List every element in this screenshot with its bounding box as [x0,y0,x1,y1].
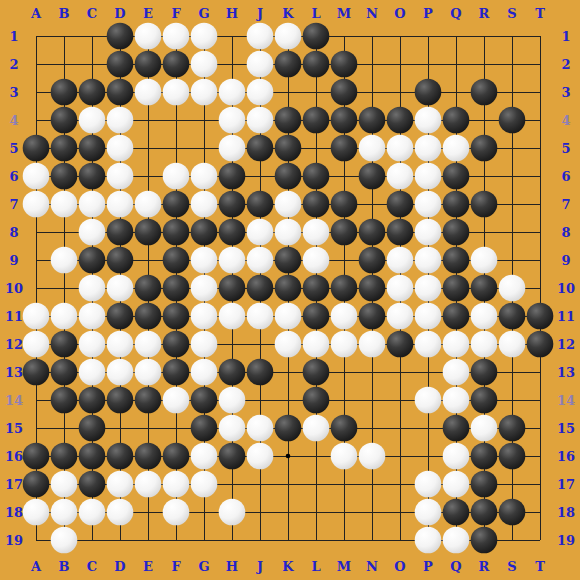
stone-Q14-white [443,387,470,414]
stone-G8-black [191,219,218,246]
stone-A7-white [23,191,50,218]
stone-D5-white [107,135,134,162]
col-label-bottom-C: C [87,559,97,574]
stone-C18-white [79,499,106,526]
stone-P5-white [415,135,442,162]
col-label-top-E: E [143,6,153,21]
stone-H15-white [219,415,246,442]
stone-D10-white [107,275,134,302]
stone-G10-white [191,275,218,302]
col-label-top-P: P [423,6,433,21]
stone-L14-black [303,387,330,414]
stone-H14-white [219,387,246,414]
stone-B9-white [51,247,78,274]
stone-G15-black [191,415,218,442]
stone-R14-black [471,387,498,414]
stone-J5-black [247,135,274,162]
col-label-bottom-S: S [507,559,516,574]
col-label-top-A: A [30,6,42,21]
stone-C7-white [79,191,106,218]
row-label-left-9: 9 [9,253,18,268]
stone-N10-black [359,275,386,302]
stone-M5-black [331,135,358,162]
stone-M4-black [331,107,358,134]
stone-F9-black [163,247,190,274]
stone-M8-black [331,219,358,246]
row-label-right-5: 5 [561,141,570,156]
stone-P9-white [415,247,442,274]
col-label-bottom-D: D [114,559,125,574]
stone-D9-black [107,247,134,274]
stone-M12-white [331,331,358,358]
stone-D6-white [107,163,134,190]
stone-E12-white [135,331,162,358]
stone-J10-black [247,275,274,302]
row-label-right-12: 12 [557,337,575,352]
col-label-bottom-O: O [394,559,405,574]
stone-N4-black [359,107,386,134]
row-label-right-18: 18 [557,505,575,520]
stone-M11-white [331,303,358,330]
stone-Q10-black [443,275,470,302]
stone-E11-black [135,303,162,330]
stone-D18-white [107,499,134,526]
stone-Q12-white [443,331,470,358]
stone-K6-black [275,163,302,190]
stone-C9-black [79,247,106,274]
stone-P8-white [415,219,442,246]
stone-P18-white [415,499,442,526]
stone-S11-black [499,303,526,330]
stone-R13-black [471,359,498,386]
stone-E3-white [135,79,162,106]
col-label-bottom-M: M [337,559,351,574]
stone-N11-black [359,303,386,330]
stone-L9-white [303,247,330,274]
stone-Q5-white [443,135,470,162]
stone-B19-white [51,527,78,554]
col-label-top-R: R [479,6,490,21]
stone-F12-black [163,331,190,358]
stone-M3-black [331,79,358,106]
stone-P4-white [415,107,442,134]
stone-M2-black [331,51,358,78]
stone-H9-white [219,247,246,274]
stone-H3-white [219,79,246,106]
stone-D16-black [107,443,134,470]
stone-H11-white [219,303,246,330]
stone-E14-black [135,387,162,414]
stone-L12-white [303,331,330,358]
stone-L4-black [303,107,330,134]
stone-C3-black [79,79,106,106]
stone-G11-white [191,303,218,330]
col-label-top-K: K [282,6,294,21]
row-label-right-11: 11 [557,309,575,324]
stone-Q15-black [443,415,470,442]
stone-C16-black [79,443,106,470]
col-label-top-O: O [394,6,405,21]
row-label-left-8: 8 [9,225,18,240]
stone-H16-black [219,443,246,470]
col-label-top-C: C [87,6,97,21]
stone-J2-white [247,51,274,78]
stone-Q13-white [443,359,470,386]
stone-Q18-black [443,499,470,526]
stone-M7-black [331,191,358,218]
stone-O7-black [387,191,414,218]
stone-F8-black [163,219,190,246]
stone-A18-white [23,499,50,526]
row-label-left-7: 7 [9,197,18,212]
stone-L8-white [303,219,330,246]
stone-C8-white [79,219,106,246]
stone-F3-white [163,79,190,106]
stone-K4-black [275,107,302,134]
row-label-left-19: 19 [5,533,23,548]
stone-G14-black [191,387,218,414]
stone-E10-black [135,275,162,302]
stone-O11-white [387,303,414,330]
row-label-left-14: 14 [5,393,23,408]
stone-H4-white [219,107,246,134]
stone-M15-black [331,415,358,442]
stone-D7-white [107,191,134,218]
stone-R7-black [471,191,498,218]
stone-L15-white [303,415,330,442]
stone-B12-black [51,331,78,358]
stone-R18-black [471,499,498,526]
star-point-K16 [286,454,291,459]
col-label-top-N: N [366,6,378,21]
stone-O10-white [387,275,414,302]
stone-D2-black [107,51,134,78]
col-label-bottom-T: T [535,559,545,574]
stone-B3-black [51,79,78,106]
row-label-right-4: 4 [561,113,570,128]
stone-C17-black [79,471,106,498]
stone-G7-white [191,191,218,218]
stone-R15-white [471,415,498,442]
stone-B5-black [51,135,78,162]
row-label-left-6: 6 [9,169,18,184]
stone-J9-white [247,247,274,274]
stone-F17-white [163,471,190,498]
stone-Q16-white [443,443,470,470]
stone-P6-white [415,163,442,190]
stone-O6-white [387,163,414,190]
row-label-left-12: 12 [5,337,23,352]
row-label-right-1: 1 [561,29,570,44]
stone-P14-white [415,387,442,414]
stone-A6-white [23,163,50,190]
stone-H7-black [219,191,246,218]
row-label-right-8: 8 [561,225,570,240]
stone-P19-white [415,527,442,554]
stone-C13-white [79,359,106,386]
stone-D11-black [107,303,134,330]
row-label-left-15: 15 [5,421,23,436]
stone-A13-black [23,359,50,386]
row-label-right-13: 13 [557,365,575,380]
stone-G17-white [191,471,218,498]
stone-G9-white [191,247,218,274]
stone-H10-black [219,275,246,302]
col-label-top-Q: Q [450,6,461,21]
stone-B16-black [51,443,78,470]
stone-E2-black [135,51,162,78]
stone-N12-white [359,331,386,358]
col-label-bottom-H: H [226,559,238,574]
stone-O12-black [387,331,414,358]
stone-G1-white [191,23,218,50]
row-label-right-2: 2 [561,57,570,72]
col-label-bottom-F: F [171,559,181,574]
row-label-left-13: 13 [5,365,23,380]
stone-Q7-black [443,191,470,218]
stone-Q19-white [443,527,470,554]
col-label-bottom-P: P [423,559,433,574]
stone-N5-white [359,135,386,162]
stone-L10-black [303,275,330,302]
stone-P17-white [415,471,442,498]
stone-H8-black [219,219,246,246]
stone-N16-white [359,443,386,470]
stone-L6-black [303,163,330,190]
stone-S18-black [499,499,526,526]
row-label-right-17: 17 [557,477,575,492]
stone-J1-white [247,23,274,50]
stone-F14-white [163,387,190,414]
stone-S10-white [499,275,526,302]
col-label-bottom-E: E [143,559,153,574]
row-label-left-1: 1 [9,29,18,44]
stone-M16-white [331,443,358,470]
stone-B14-black [51,387,78,414]
col-label-top-G: G [198,6,209,21]
stone-D4-white [107,107,134,134]
stone-K1-white [275,23,302,50]
row-label-left-5: 5 [9,141,18,156]
stone-F1-white [163,23,190,50]
stone-F6-white [163,163,190,190]
stone-Q9-black [443,247,470,274]
row-label-left-17: 17 [5,477,23,492]
row-label-right-14: 14 [557,393,575,408]
row-label-right-10: 10 [557,281,575,296]
stone-K8-white [275,219,302,246]
stone-K11-white [275,303,302,330]
stone-R3-black [471,79,498,106]
stone-L7-black [303,191,330,218]
stone-R17-black [471,471,498,498]
stone-F2-black [163,51,190,78]
row-label-left-11: 11 [5,309,23,324]
stone-E1-white [135,23,162,50]
goban[interactable]: AABBCCDDEEFFGGHHJJKKLLMMNNOOPPQQRRSSTT11… [0,0,580,580]
stone-P3-black [415,79,442,106]
stone-R12-white [471,331,498,358]
stone-H18-white [219,499,246,526]
stone-Q17-white [443,471,470,498]
stone-E16-black [135,443,162,470]
stone-K12-white [275,331,302,358]
stone-K2-black [275,51,302,78]
stone-Q8-black [443,219,470,246]
stone-G13-white [191,359,218,386]
stone-G6-white [191,163,218,190]
stone-D12-white [107,331,134,358]
stone-C10-white [79,275,106,302]
stone-C12-white [79,331,106,358]
col-label-bottom-R: R [479,559,490,574]
stone-P7-white [415,191,442,218]
stone-O5-white [387,135,414,162]
stone-A12-white [23,331,50,358]
stone-F13-black [163,359,190,386]
row-label-right-15: 15 [557,421,575,436]
stone-B11-white [51,303,78,330]
stone-F18-white [163,499,190,526]
stone-D13-white [107,359,134,386]
stone-D1-black [107,23,134,50]
stone-F11-black [163,303,190,330]
stone-B18-white [51,499,78,526]
stone-J8-white [247,219,274,246]
col-label-top-H: H [226,6,238,21]
stone-B13-black [51,359,78,386]
col-label-top-T: T [535,6,545,21]
stone-N8-black [359,219,386,246]
stone-S15-black [499,415,526,442]
stone-J4-white [247,107,274,134]
row-label-right-16: 16 [557,449,575,464]
stone-R9-white [471,247,498,274]
stone-R16-black [471,443,498,470]
stone-C14-black [79,387,106,414]
stone-E7-white [135,191,162,218]
stone-C5-black [79,135,106,162]
stone-C15-black [79,415,106,442]
row-label-right-19: 19 [557,533,575,548]
stone-T11-black [527,303,554,330]
col-label-top-M: M [337,6,351,21]
col-label-top-S: S [507,6,516,21]
stone-K15-black [275,415,302,442]
stone-E8-black [135,219,162,246]
stone-C6-black [79,163,106,190]
stone-Q6-black [443,163,470,190]
stone-K5-black [275,135,302,162]
row-label-left-18: 18 [5,505,23,520]
stone-P10-white [415,275,442,302]
col-label-bottom-K: K [282,559,294,574]
stone-O8-black [387,219,414,246]
row-label-left-3: 3 [9,85,18,100]
row-label-right-9: 9 [561,253,570,268]
stone-D14-black [107,387,134,414]
row-label-left-16: 16 [5,449,23,464]
stone-D3-black [107,79,134,106]
stone-O9-white [387,247,414,274]
stone-R19-black [471,527,498,554]
stone-G2-white [191,51,218,78]
stone-B4-black [51,107,78,134]
row-label-right-6: 6 [561,169,570,184]
stone-H13-black [219,359,246,386]
stone-D8-black [107,219,134,246]
stone-J16-white [247,443,274,470]
stone-G3-white [191,79,218,106]
row-label-left-2: 2 [9,57,18,72]
stone-H5-white [219,135,246,162]
stone-J13-black [247,359,274,386]
stone-T12-black [527,331,554,358]
col-label-bottom-A: A [30,559,42,574]
stone-O4-black [387,107,414,134]
stone-K10-black [275,275,302,302]
row-label-left-4: 4 [9,113,18,128]
stone-F16-black [163,443,190,470]
stone-S4-black [499,107,526,134]
stone-G16-white [191,443,218,470]
stone-N6-black [359,163,386,190]
stone-E13-white [135,359,162,386]
stone-A16-black [23,443,50,470]
col-label-bottom-Q: Q [450,559,461,574]
stone-J3-white [247,79,274,106]
stone-Q4-black [443,107,470,134]
stone-M10-black [331,275,358,302]
stone-B7-white [51,191,78,218]
go-board-svg[interactable]: AABBCCDDEEFFGGHHJJKKLLMMNNOOPPQQRRSSTT11… [0,0,580,580]
stone-K9-black [275,247,302,274]
stone-F10-black [163,275,190,302]
stone-G12-white [191,331,218,358]
stone-L13-black [303,359,330,386]
stone-R5-black [471,135,498,162]
stone-S12-white [499,331,526,358]
col-label-top-L: L [311,6,320,21]
stone-E17-white [135,471,162,498]
stone-N9-black [359,247,386,274]
stone-F7-black [163,191,190,218]
stone-A17-black [23,471,50,498]
stone-L11-black [303,303,330,330]
stone-R10-black [471,275,498,302]
col-label-bottom-N: N [366,559,378,574]
col-label-top-D: D [114,6,125,21]
col-label-bottom-B: B [59,559,70,574]
stone-P12-white [415,331,442,358]
stone-L2-black [303,51,330,78]
stone-A11-white [23,303,50,330]
stone-P11-white [415,303,442,330]
col-label-top-J: J [256,6,263,21]
stone-R11-white [471,303,498,330]
stone-S16-black [499,443,526,470]
stone-A5-black [23,135,50,162]
stone-C11-white [79,303,106,330]
col-label-top-F: F [171,6,181,21]
stone-H6-black [219,163,246,190]
stone-C4-white [79,107,106,134]
col-label-top-B: B [59,6,70,21]
stone-L1-black [303,23,330,50]
stone-J7-black [247,191,274,218]
stone-J15-white [247,415,274,442]
stone-Q11-black [443,303,470,330]
